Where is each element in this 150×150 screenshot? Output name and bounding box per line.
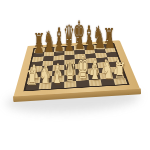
chess-board (14, 40, 140, 96)
board-squares (23, 43, 129, 91)
square-c1 (51, 81, 64, 88)
square-e1 (76, 80, 89, 87)
chess-set-photo: ♜♞♝♛♚♝♞♜♟♟♟♟♟♟♟♟♟♟♟♟♟♟♟♟♜♞♝♛♚♝♞♜ (0, 0, 150, 150)
square-b1 (38, 82, 51, 89)
square-d1 (64, 81, 77, 88)
square-h1 (113, 78, 128, 85)
